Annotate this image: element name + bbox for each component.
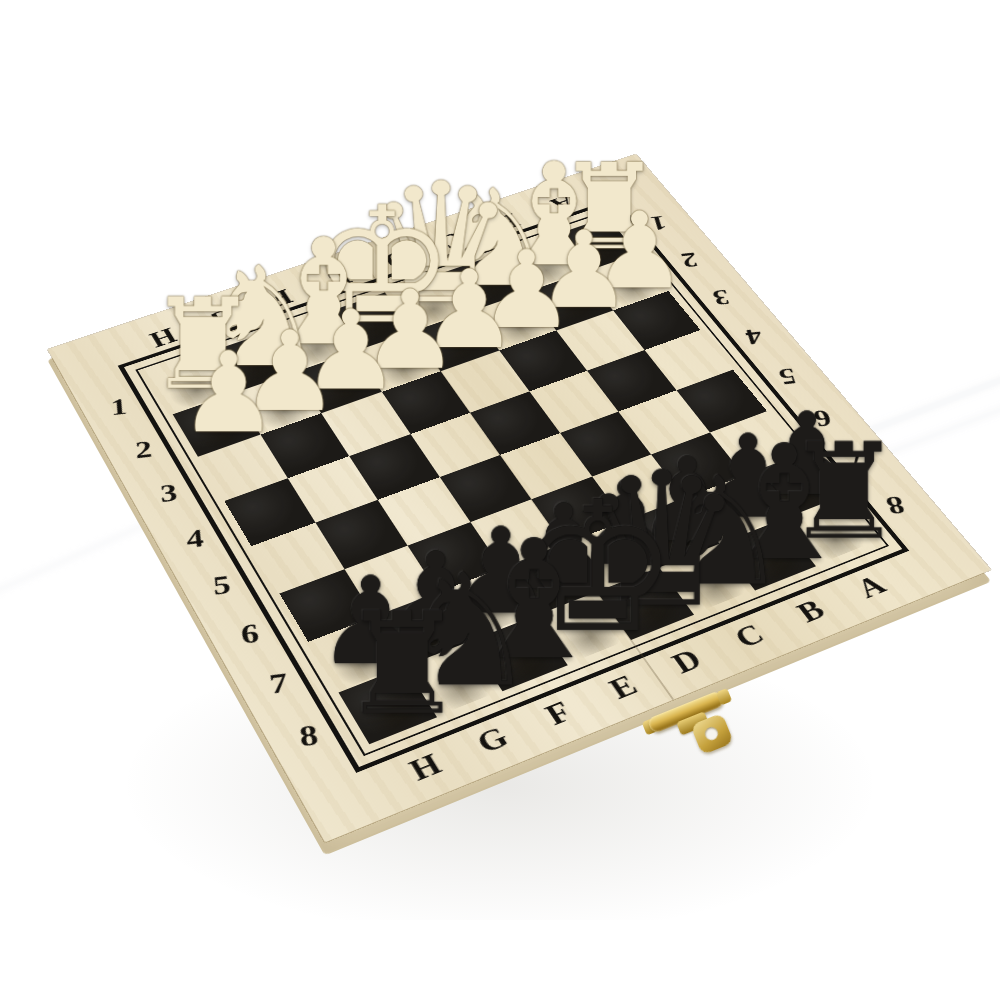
rank-label-left: 1 xyxy=(95,382,144,433)
black-rook: ♜ xyxy=(270,600,534,730)
photo-stage: HGFEDCBA HGFEDCBA 12345678 12345678 ♜♞♝♚… xyxy=(0,0,1000,1000)
latch-tab-hole xyxy=(703,725,720,742)
rank-label-left: 2 xyxy=(119,424,169,477)
rank-label-left: 4 xyxy=(169,511,222,567)
